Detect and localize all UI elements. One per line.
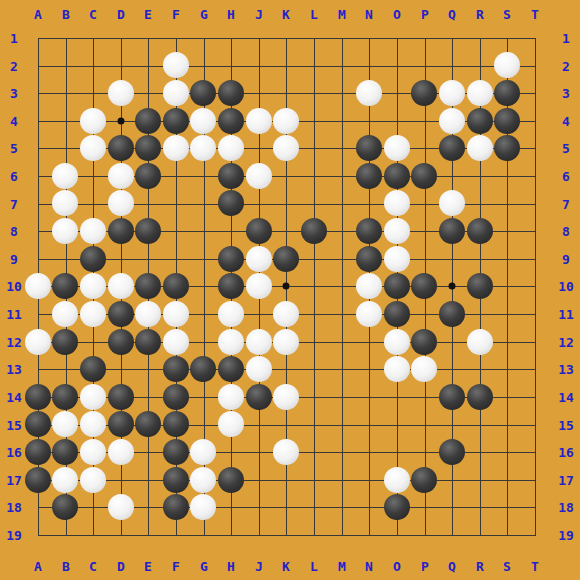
intersection-H1[interactable] (217, 24, 245, 52)
intersection-C18[interactable] (79, 493, 107, 521)
intersection-O4[interactable] (383, 107, 411, 135)
intersection-L9[interactable] (300, 245, 328, 273)
intersection-A5[interactable] (24, 134, 52, 162)
intersection-H7[interactable] (217, 190, 245, 218)
intersection-M3[interactable] (328, 79, 356, 107)
intersection-E1[interactable] (134, 24, 162, 52)
intersection-D9[interactable] (107, 245, 135, 273)
intersection-B10[interactable] (52, 272, 80, 300)
intersection-D12[interactable] (107, 328, 135, 356)
intersection-Q10[interactable] (438, 272, 466, 300)
intersection-H9[interactable] (217, 245, 245, 273)
intersection-T14[interactable] (521, 383, 549, 411)
intersection-M8[interactable] (328, 217, 356, 245)
intersection-N4[interactable] (355, 107, 383, 135)
intersection-O1[interactable] (383, 24, 411, 52)
intersection-L7[interactable] (300, 190, 328, 218)
intersection-N14[interactable] (355, 383, 383, 411)
intersection-T3[interactable] (521, 79, 549, 107)
intersection-J10[interactable] (245, 272, 273, 300)
intersection-J18[interactable] (245, 493, 273, 521)
intersection-S3[interactable] (493, 79, 521, 107)
intersection-L10[interactable] (300, 272, 328, 300)
intersection-N15[interactable] (355, 411, 383, 439)
intersection-K9[interactable] (272, 245, 300, 273)
intersection-D3[interactable] (107, 79, 135, 107)
intersection-C19[interactable] (79, 521, 107, 549)
intersection-R6[interactable] (466, 162, 494, 190)
intersection-Q4[interactable] (438, 107, 466, 135)
intersection-G1[interactable] (190, 24, 218, 52)
intersection-O13[interactable] (383, 355, 411, 383)
intersection-T1[interactable] (521, 24, 549, 52)
intersection-T8[interactable] (521, 217, 549, 245)
intersection-Q7[interactable] (438, 190, 466, 218)
intersection-O3[interactable] (383, 79, 411, 107)
intersection-R10[interactable] (466, 272, 494, 300)
intersection-L8[interactable] (300, 217, 328, 245)
intersection-K6[interactable] (272, 162, 300, 190)
intersection-P19[interactable] (411, 521, 439, 549)
intersection-B12[interactable] (52, 328, 80, 356)
intersection-S9[interactable] (493, 245, 521, 273)
intersection-C9[interactable] (79, 245, 107, 273)
intersection-C3[interactable] (79, 79, 107, 107)
intersection-R3[interactable] (466, 79, 494, 107)
intersection-H18[interactable] (217, 493, 245, 521)
intersection-C4[interactable] (79, 107, 107, 135)
intersection-H11[interactable] (217, 300, 245, 328)
intersection-K12[interactable] (272, 328, 300, 356)
intersection-J7[interactable] (245, 190, 273, 218)
intersection-G7[interactable] (190, 190, 218, 218)
intersection-A9[interactable] (24, 245, 52, 273)
intersection-T2[interactable] (521, 52, 549, 80)
intersection-R19[interactable] (466, 521, 494, 549)
intersection-K5[interactable] (272, 134, 300, 162)
intersection-N8[interactable] (355, 217, 383, 245)
intersection-T5[interactable] (521, 134, 549, 162)
intersection-S1[interactable] (493, 24, 521, 52)
intersection-A17[interactable] (24, 466, 52, 494)
intersection-F4[interactable] (162, 107, 190, 135)
intersection-L4[interactable] (300, 107, 328, 135)
intersection-Q12[interactable] (438, 328, 466, 356)
intersection-P3[interactable] (411, 79, 439, 107)
intersection-P2[interactable] (411, 52, 439, 80)
intersection-H6[interactable] (217, 162, 245, 190)
intersection-R5[interactable] (466, 134, 494, 162)
intersection-Q11[interactable] (438, 300, 466, 328)
intersection-L18[interactable] (300, 493, 328, 521)
intersection-E4[interactable] (134, 107, 162, 135)
intersection-K13[interactable] (272, 355, 300, 383)
intersection-T10[interactable] (521, 272, 549, 300)
intersection-M7[interactable] (328, 190, 356, 218)
intersection-J9[interactable] (245, 245, 273, 273)
intersection-T7[interactable] (521, 190, 549, 218)
intersection-F3[interactable] (162, 79, 190, 107)
intersection-B14[interactable] (52, 383, 80, 411)
intersection-E2[interactable] (134, 52, 162, 80)
intersection-E5[interactable] (134, 134, 162, 162)
intersection-F19[interactable] (162, 521, 190, 549)
intersection-B16[interactable] (52, 438, 80, 466)
intersection-F15[interactable] (162, 411, 190, 439)
intersection-N9[interactable] (355, 245, 383, 273)
intersection-A6[interactable] (24, 162, 52, 190)
intersection-L11[interactable] (300, 300, 328, 328)
intersection-P7[interactable] (411, 190, 439, 218)
intersection-O9[interactable] (383, 245, 411, 273)
intersection-B11[interactable] (52, 300, 80, 328)
intersection-T17[interactable] (521, 466, 549, 494)
intersection-S2[interactable] (493, 52, 521, 80)
intersection-B6[interactable] (52, 162, 80, 190)
intersection-J5[interactable] (245, 134, 273, 162)
intersection-E9[interactable] (134, 245, 162, 273)
intersection-H4[interactable] (217, 107, 245, 135)
intersection-P5[interactable] (411, 134, 439, 162)
intersection-N6[interactable] (355, 162, 383, 190)
intersection-B2[interactable] (52, 52, 80, 80)
intersection-H2[interactable] (217, 52, 245, 80)
intersection-A3[interactable] (24, 79, 52, 107)
intersection-B15[interactable] (52, 411, 80, 439)
intersection-G5[interactable] (190, 134, 218, 162)
intersection-N12[interactable] (355, 328, 383, 356)
intersection-M18[interactable] (328, 493, 356, 521)
intersection-A4[interactable] (24, 107, 52, 135)
intersection-G19[interactable] (190, 521, 218, 549)
intersection-L17[interactable] (300, 466, 328, 494)
intersection-C15[interactable] (79, 411, 107, 439)
intersection-G8[interactable] (190, 217, 218, 245)
intersection-N11[interactable] (355, 300, 383, 328)
intersection-C1[interactable] (79, 24, 107, 52)
intersection-B4[interactable] (52, 107, 80, 135)
intersection-E3[interactable] (134, 79, 162, 107)
intersection-G2[interactable] (190, 52, 218, 80)
intersection-O5[interactable] (383, 134, 411, 162)
intersection-S19[interactable] (493, 521, 521, 549)
intersection-N16[interactable] (355, 438, 383, 466)
intersection-M12[interactable] (328, 328, 356, 356)
intersection-D6[interactable] (107, 162, 135, 190)
intersection-Q2[interactable] (438, 52, 466, 80)
intersection-E8[interactable] (134, 217, 162, 245)
intersection-F14[interactable] (162, 383, 190, 411)
intersection-M11[interactable] (328, 300, 356, 328)
intersection-A18[interactable] (24, 493, 52, 521)
intersection-P6[interactable] (411, 162, 439, 190)
intersection-H14[interactable] (217, 383, 245, 411)
intersection-L1[interactable] (300, 24, 328, 52)
intersection-B3[interactable] (52, 79, 80, 107)
intersection-S16[interactable] (493, 438, 521, 466)
intersection-B7[interactable] (52, 190, 80, 218)
intersection-C2[interactable] (79, 52, 107, 80)
intersection-P14[interactable] (411, 383, 439, 411)
intersection-H8[interactable] (217, 217, 245, 245)
intersection-K14[interactable] (272, 383, 300, 411)
intersection-E11[interactable] (134, 300, 162, 328)
intersection-L3[interactable] (300, 79, 328, 107)
intersection-O18[interactable] (383, 493, 411, 521)
intersection-K2[interactable] (272, 52, 300, 80)
intersection-L13[interactable] (300, 355, 328, 383)
intersection-D11[interactable] (107, 300, 135, 328)
intersection-O12[interactable] (383, 328, 411, 356)
intersection-M6[interactable] (328, 162, 356, 190)
intersection-Q5[interactable] (438, 134, 466, 162)
intersection-H16[interactable] (217, 438, 245, 466)
intersection-K17[interactable] (272, 466, 300, 494)
intersection-N18[interactable] (355, 493, 383, 521)
intersection-P12[interactable] (411, 328, 439, 356)
intersection-N3[interactable] (355, 79, 383, 107)
intersection-O14[interactable] (383, 383, 411, 411)
intersection-L16[interactable] (300, 438, 328, 466)
intersection-T16[interactable] (521, 438, 549, 466)
intersection-C17[interactable] (79, 466, 107, 494)
intersection-G17[interactable] (190, 466, 218, 494)
intersection-S6[interactable] (493, 162, 521, 190)
intersection-N10[interactable] (355, 272, 383, 300)
intersection-J8[interactable] (245, 217, 273, 245)
intersection-C8[interactable] (79, 217, 107, 245)
intersection-P17[interactable] (411, 466, 439, 494)
intersection-H12[interactable] (217, 328, 245, 356)
intersection-G9[interactable] (190, 245, 218, 273)
intersection-T19[interactable] (521, 521, 549, 549)
intersection-C10[interactable] (79, 272, 107, 300)
intersection-P15[interactable] (411, 411, 439, 439)
intersection-H19[interactable] (217, 521, 245, 549)
intersection-E13[interactable] (134, 355, 162, 383)
intersection-Q3[interactable] (438, 79, 466, 107)
intersection-O8[interactable] (383, 217, 411, 245)
intersection-D14[interactable] (107, 383, 135, 411)
intersection-K4[interactable] (272, 107, 300, 135)
intersection-F2[interactable] (162, 52, 190, 80)
intersection-P18[interactable] (411, 493, 439, 521)
intersection-Q19[interactable] (438, 521, 466, 549)
intersection-S12[interactable] (493, 328, 521, 356)
intersection-D4[interactable] (107, 107, 135, 135)
intersection-J19[interactable] (245, 521, 273, 549)
intersection-A8[interactable] (24, 217, 52, 245)
intersection-E16[interactable] (134, 438, 162, 466)
intersection-G12[interactable] (190, 328, 218, 356)
intersection-K8[interactable] (272, 217, 300, 245)
intersection-H10[interactable] (217, 272, 245, 300)
intersection-D16[interactable] (107, 438, 135, 466)
intersection-C6[interactable] (79, 162, 107, 190)
intersection-Q9[interactable] (438, 245, 466, 273)
intersection-T18[interactable] (521, 493, 549, 521)
intersection-K18[interactable] (272, 493, 300, 521)
intersection-H17[interactable] (217, 466, 245, 494)
intersection-G3[interactable] (190, 79, 218, 107)
intersection-D15[interactable] (107, 411, 135, 439)
intersection-D2[interactable] (107, 52, 135, 80)
intersection-M2[interactable] (328, 52, 356, 80)
intersection-B5[interactable] (52, 134, 80, 162)
intersection-A16[interactable] (24, 438, 52, 466)
intersection-J1[interactable] (245, 24, 273, 52)
intersection-D7[interactable] (107, 190, 135, 218)
intersection-B13[interactable] (52, 355, 80, 383)
intersection-T9[interactable] (521, 245, 549, 273)
intersection-H3[interactable] (217, 79, 245, 107)
intersection-H5[interactable] (217, 134, 245, 162)
intersection-N2[interactable] (355, 52, 383, 80)
intersection-T4[interactable] (521, 107, 549, 135)
intersection-R8[interactable] (466, 217, 494, 245)
intersection-S15[interactable] (493, 411, 521, 439)
intersection-F8[interactable] (162, 217, 190, 245)
intersection-Q15[interactable] (438, 411, 466, 439)
intersection-P4[interactable] (411, 107, 439, 135)
intersection-K3[interactable] (272, 79, 300, 107)
intersection-O7[interactable] (383, 190, 411, 218)
intersection-G10[interactable] (190, 272, 218, 300)
intersection-M1[interactable] (328, 24, 356, 52)
intersection-R15[interactable] (466, 411, 494, 439)
intersection-E19[interactable] (134, 521, 162, 549)
intersection-R16[interactable] (466, 438, 494, 466)
intersection-L19[interactable] (300, 521, 328, 549)
intersection-Q13[interactable] (438, 355, 466, 383)
intersection-T15[interactable] (521, 411, 549, 439)
intersection-M5[interactable] (328, 134, 356, 162)
intersection-A15[interactable] (24, 411, 52, 439)
intersection-N13[interactable] (355, 355, 383, 383)
intersection-E10[interactable] (134, 272, 162, 300)
intersection-A1[interactable] (24, 24, 52, 52)
intersection-P11[interactable] (411, 300, 439, 328)
intersection-H13[interactable] (217, 355, 245, 383)
intersection-F7[interactable] (162, 190, 190, 218)
intersection-R4[interactable] (466, 107, 494, 135)
intersection-E6[interactable] (134, 162, 162, 190)
intersection-P1[interactable] (411, 24, 439, 52)
intersection-Q8[interactable] (438, 217, 466, 245)
intersection-P10[interactable] (411, 272, 439, 300)
intersection-A2[interactable] (24, 52, 52, 80)
intersection-M10[interactable] (328, 272, 356, 300)
intersection-N5[interactable] (355, 134, 383, 162)
intersection-B17[interactable] (52, 466, 80, 494)
intersection-P13[interactable] (411, 355, 439, 383)
intersection-K10[interactable] (272, 272, 300, 300)
intersection-R12[interactable] (466, 328, 494, 356)
intersection-M17[interactable] (328, 466, 356, 494)
intersection-M9[interactable] (328, 245, 356, 273)
intersection-C5[interactable] (79, 134, 107, 162)
intersection-N7[interactable] (355, 190, 383, 218)
intersection-A19[interactable] (24, 521, 52, 549)
intersection-B1[interactable] (52, 24, 80, 52)
intersection-C7[interactable] (79, 190, 107, 218)
intersection-R7[interactable] (466, 190, 494, 218)
intersection-Q14[interactable] (438, 383, 466, 411)
intersection-F1[interactable] (162, 24, 190, 52)
intersection-D18[interactable] (107, 493, 135, 521)
intersection-S14[interactable] (493, 383, 521, 411)
intersection-K15[interactable] (272, 411, 300, 439)
intersection-G11[interactable] (190, 300, 218, 328)
intersection-A7[interactable] (24, 190, 52, 218)
intersection-C16[interactable] (79, 438, 107, 466)
intersection-B18[interactable] (52, 493, 80, 521)
intersection-F16[interactable] (162, 438, 190, 466)
intersection-B8[interactable] (52, 217, 80, 245)
intersection-T12[interactable] (521, 328, 549, 356)
intersection-C12[interactable] (79, 328, 107, 356)
intersection-C11[interactable] (79, 300, 107, 328)
intersection-Q1[interactable] (438, 24, 466, 52)
intersection-E17[interactable] (134, 466, 162, 494)
intersection-F11[interactable] (162, 300, 190, 328)
intersection-K7[interactable] (272, 190, 300, 218)
intersection-L15[interactable] (300, 411, 328, 439)
intersection-G15[interactable] (190, 411, 218, 439)
intersection-A10[interactable] (24, 272, 52, 300)
intersection-G14[interactable] (190, 383, 218, 411)
intersection-O16[interactable] (383, 438, 411, 466)
intersection-T11[interactable] (521, 300, 549, 328)
intersection-K11[interactable] (272, 300, 300, 328)
intersection-O11[interactable] (383, 300, 411, 328)
intersection-J13[interactable] (245, 355, 273, 383)
intersection-A11[interactable] (24, 300, 52, 328)
intersection-D1[interactable] (107, 24, 135, 52)
intersection-J16[interactable] (245, 438, 273, 466)
intersection-S7[interactable] (493, 190, 521, 218)
intersection-J2[interactable] (245, 52, 273, 80)
intersection-F12[interactable] (162, 328, 190, 356)
intersection-N19[interactable] (355, 521, 383, 549)
intersection-A14[interactable] (24, 383, 52, 411)
intersection-Q17[interactable] (438, 466, 466, 494)
intersection-F13[interactable] (162, 355, 190, 383)
intersection-D10[interactable] (107, 272, 135, 300)
intersection-S11[interactable] (493, 300, 521, 328)
intersection-T13[interactable] (521, 355, 549, 383)
intersection-D5[interactable] (107, 134, 135, 162)
intersection-D8[interactable] (107, 217, 135, 245)
intersection-F6[interactable] (162, 162, 190, 190)
intersection-M15[interactable] (328, 411, 356, 439)
intersection-G6[interactable] (190, 162, 218, 190)
intersection-O6[interactable] (383, 162, 411, 190)
intersection-Q16[interactable] (438, 438, 466, 466)
intersection-J17[interactable] (245, 466, 273, 494)
intersection-T6[interactable] (521, 162, 549, 190)
intersection-M19[interactable] (328, 521, 356, 549)
intersection-K19[interactable] (272, 521, 300, 549)
intersection-C14[interactable] (79, 383, 107, 411)
intersection-P9[interactable] (411, 245, 439, 273)
intersection-D19[interactable] (107, 521, 135, 549)
intersection-Q18[interactable] (438, 493, 466, 521)
intersection-K16[interactable] (272, 438, 300, 466)
intersection-N17[interactable] (355, 466, 383, 494)
intersection-L5[interactable] (300, 134, 328, 162)
intersection-Q6[interactable] (438, 162, 466, 190)
